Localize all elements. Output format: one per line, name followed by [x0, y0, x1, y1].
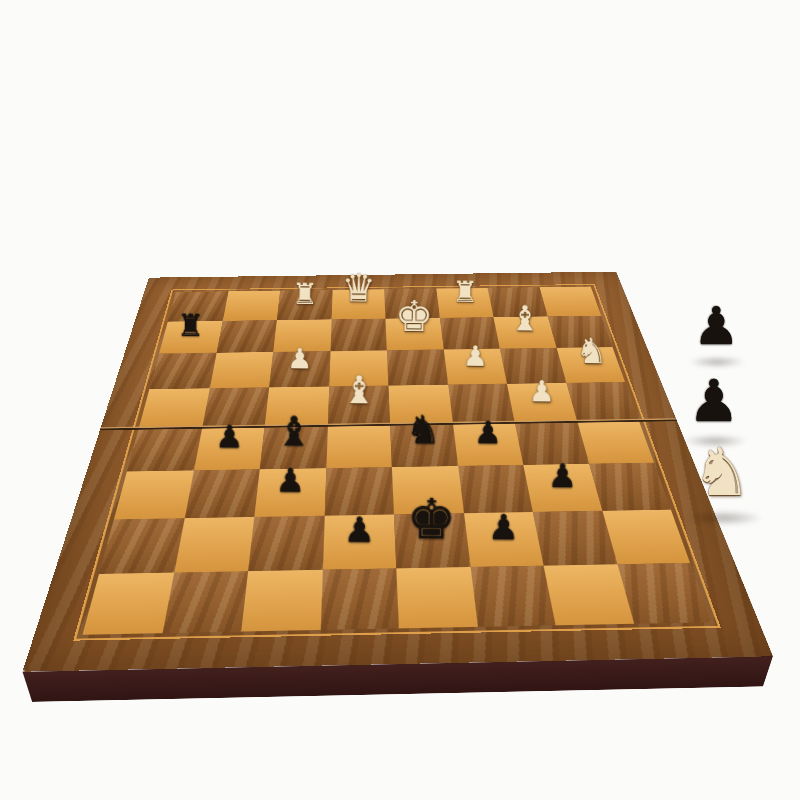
square-d4: [326, 424, 392, 468]
square-h4: [577, 420, 654, 463]
square-h3: [589, 462, 671, 510]
black-pawn-g3: ♟: [548, 460, 577, 493]
square-c8: ♜: [277, 290, 332, 320]
white-queen-d8: ♛: [341, 269, 376, 308]
square-e7: ♚: [385, 318, 443, 351]
square-h8: [539, 287, 601, 317]
square-b2: [174, 517, 255, 572]
square-a7: ♜: [159, 321, 222, 354]
black-bishop-c4: ♝: [276, 411, 313, 452]
square-h5: [566, 382, 639, 421]
square-a4: [127, 427, 202, 471]
black-knight-e4: ♞: [406, 410, 442, 450]
black-pawn-f2: ♟: [488, 510, 519, 545]
square-f6: ♟: [443, 349, 507, 385]
square-d1: [320, 568, 399, 630]
square-a1: [82, 572, 173, 635]
white-pawn-g5: ♟: [529, 377, 556, 407]
black-pawn-c3: ♟: [276, 465, 306, 498]
square-d5: ♝: [327, 385, 390, 425]
square-d8: ♛: [331, 289, 385, 319]
square-g1: [544, 564, 634, 625]
square-g7: ♝: [493, 316, 556, 349]
black-pawn-f4: ♟: [474, 417, 502, 448]
captured-white-knight-shadow: [684, 510, 764, 526]
white-pawn-f6: ♟: [463, 342, 488, 370]
captured-black-pawn-near: ♟: [688, 372, 740, 430]
square-g5: ♟: [507, 383, 577, 422]
white-king-e7: ♚: [395, 294, 434, 337]
chess-set-scene: ♜♛♜♜♚♝♟♟♞♝♟♟♝♞♟♟♟♟♚♟: [100, 118, 680, 730]
square-b7: [216, 320, 277, 353]
square-a5: [139, 388, 210, 428]
square-e6: [387, 350, 448, 386]
square-e1: [396, 567, 477, 629]
square-c1: [241, 569, 322, 631]
white-pawn-c6: ♟: [287, 345, 313, 373]
square-h6: ♞: [556, 347, 625, 383]
board-grid: ♜♛♜♜♚♝♟♟♞♝♟♟♝♞♟♟♟♟♚♟: [82, 287, 711, 635]
square-a3: [114, 470, 194, 519]
square-h2: [602, 510, 690, 564]
square-c2: [248, 516, 324, 571]
square-e2: ♚: [394, 513, 470, 568]
square-b6: [209, 352, 273, 388]
black-king-e2: ♚: [407, 491, 457, 547]
square-b8: [222, 291, 280, 321]
square-f2: ♟: [463, 512, 543, 567]
square-f8: ♜: [436, 288, 494, 318]
square-g3: ♟: [523, 464, 602, 513]
square-d2: ♟: [322, 515, 396, 570]
square-d3: [324, 467, 394, 516]
board-box-side-front: [22, 656, 772, 702]
white-knight-h6: ♞: [575, 333, 607, 369]
square-c3: ♟: [254, 468, 326, 517]
white-rook-f8: ♜: [452, 277, 478, 306]
captured-white-knight: ♞: [692, 440, 751, 506]
square-c6: ♟: [269, 351, 330, 387]
black-pawn-d2: ♟: [344, 513, 375, 548]
black-rook-a7: ♜: [177, 310, 205, 341]
square-f1: [470, 565, 556, 627]
wooden-chessboard: ♜♛♜♜♚♝♟♟♞♝♟♟♝♞♟♟♟♟♚♟: [22, 272, 772, 672]
square-b1: [162, 571, 248, 633]
square-e4: ♞: [390, 423, 458, 467]
square-d7: [330, 318, 387, 351]
black-pawn-b4: ♟: [215, 421, 243, 452]
square-b3: [184, 469, 260, 518]
square-h1: [617, 563, 712, 624]
white-bishop-d5: ♝: [342, 371, 377, 410]
captured-black-pawn-far: ♟: [693, 300, 740, 352]
square-a2: [99, 518, 184, 573]
white-rook-c8: ♜: [292, 279, 318, 308]
white-bishop-g7: ♝: [510, 301, 541, 336]
square-f4: ♟: [452, 422, 523, 466]
square-a6: [149, 353, 216, 389]
square-b4: ♟: [194, 426, 265, 470]
